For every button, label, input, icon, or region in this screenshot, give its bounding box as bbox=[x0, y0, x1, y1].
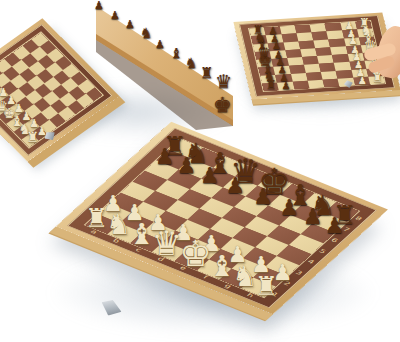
white-queen-d1: ♛ bbox=[152, 227, 182, 259]
black-king-standing: ♚ bbox=[213, 96, 232, 116]
white-king-e1: ♚ bbox=[180, 237, 212, 271]
black-knight: ♞ bbox=[185, 57, 198, 70]
white-knight-g1: ♞ bbox=[232, 264, 257, 291]
white-pawn: ♟ bbox=[358, 76, 367, 85]
black-pawn: ♟ bbox=[94, 1, 104, 11]
black-pawn: ♟ bbox=[110, 11, 120, 21]
black-knight: ♞ bbox=[140, 27, 153, 40]
black-pawn-g7: ♟ bbox=[303, 207, 323, 228]
white-rook-h1: ♜ bbox=[255, 275, 278, 300]
black-pawn: ♟ bbox=[155, 40, 165, 50]
black-pawn-e7: ♟ bbox=[254, 187, 274, 208]
black-rook: ♜ bbox=[200, 66, 213, 80]
held-piece-cell: ♟ bbox=[353, 77, 370, 86]
black-pawn: ♟ bbox=[125, 20, 135, 30]
white-rook-a1: ♜ bbox=[85, 206, 108, 231]
held-piece-cell: ♟ bbox=[277, 82, 294, 91]
black-bishop: ♝ bbox=[170, 47, 183, 60]
white-knight-b1: ♞ bbox=[106, 213, 131, 240]
black-pawn-d7: ♟ bbox=[225, 176, 245, 197]
product-photo-stage: ♜♞♝♛♚♝♞♜♟♟♟♟♟♟♟♟ ♟♟♟♞♟♝♞♜♛♚ ♜♞♝♛♚♝♞♜♟♟♟♟… bbox=[0, 0, 400, 342]
black-pawn-c7: ♟ bbox=[200, 165, 220, 186]
black-pawn-a7: ♟ bbox=[155, 147, 175, 168]
black-pawn-h7: ♟ bbox=[325, 216, 345, 237]
white-bishop-f1: ♝ bbox=[209, 254, 235, 282]
black-rook: ♜ bbox=[266, 80, 277, 91]
black-pawn-b7: ♟ bbox=[177, 156, 197, 177]
black-queen: ♛ bbox=[215, 72, 232, 90]
black-pawn: ♟ bbox=[282, 81, 291, 90]
black-pawn-f7: ♟ bbox=[280, 198, 300, 219]
